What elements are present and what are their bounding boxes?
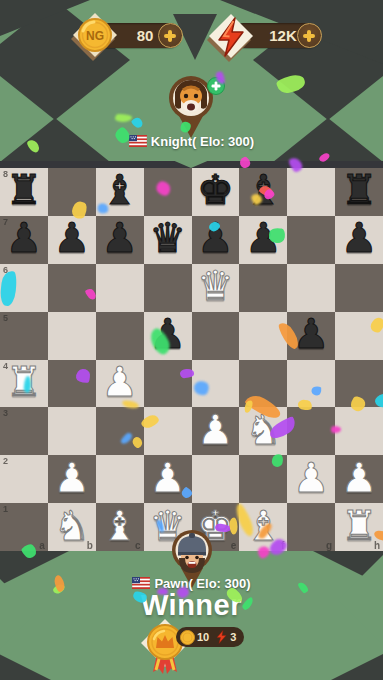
square-g3[interactable] — [287, 407, 335, 455]
white-pawn-e3: ♟ — [197, 410, 234, 451]
square-f4[interactable] — [239, 360, 287, 408]
square-c7[interactable]: ♟ — [96, 216, 144, 264]
square-d5[interactable]: ♟ — [144, 312, 192, 360]
black-pawn-c7: ♟ — [101, 218, 138, 259]
square-e5[interactable] — [192, 312, 240, 360]
white-pawn-d2: ♟ — [149, 458, 186, 499]
black-pawn-g5: ♟ — [293, 314, 330, 355]
square-g7[interactable] — [287, 216, 335, 264]
black-queen-d7: ♛ — [149, 218, 186, 259]
black-king-e8: ♚ — [197, 170, 234, 211]
black-pawn-f7: ♟ — [245, 218, 282, 259]
square-d8[interactable] — [144, 168, 192, 216]
square-a2[interactable]: 2 — [0, 455, 48, 503]
square-c5[interactable] — [96, 312, 144, 360]
black-pawn-e7: ♟ — [197, 218, 234, 259]
black-pawn-a7: ♟ — [6, 218, 43, 259]
square-h5[interactable] — [335, 312, 383, 360]
opponent-add-friend-icon[interactable] — [207, 77, 225, 95]
square-h1[interactable]: h♜ — [335, 503, 383, 551]
square-d4[interactable] — [144, 360, 192, 408]
white-bishop-c1: ♝ — [101, 506, 138, 547]
rewards: 10 3 — [0, 614, 383, 674]
square-d6[interactable] — [144, 264, 192, 312]
square-b6[interactable] — [48, 264, 96, 312]
square-e6[interactable]: ♛ — [192, 264, 240, 312]
square-a1[interactable]: 1a — [0, 503, 48, 551]
energy-counter: 12K — [205, 12, 323, 60]
square-g1[interactable]: g — [287, 503, 335, 551]
white-pawn-c4: ♟ — [101, 362, 138, 403]
white-knight-b1: ♞ — [53, 506, 90, 547]
white-pawn-g2: ♟ — [293, 458, 330, 499]
black-pawn-d5: ♟ — [149, 314, 186, 355]
reward-pill: 10 3 — [176, 627, 244, 647]
square-b3[interactable] — [48, 407, 96, 455]
square-e3[interactable]: ♟ — [192, 407, 240, 455]
square-f8[interactable]: ♝ — [239, 168, 287, 216]
square-c2[interactable] — [96, 455, 144, 503]
game-screen: 80 NG 12K — [0, 0, 383, 680]
square-g5[interactable]: ♟ — [287, 312, 335, 360]
coins-value: 80 — [123, 27, 154, 44]
black-pawn-b7: ♟ — [53, 218, 90, 259]
square-h4[interactable] — [335, 360, 383, 408]
black-bishop-c8: ♝ — [101, 170, 138, 211]
ng-coin-text: NG — [86, 29, 104, 43]
square-c8[interactable]: ♝ — [96, 168, 144, 216]
white-rook-h1: ♜ — [341, 506, 378, 547]
confetti-piece — [275, 73, 306, 95]
square-b2[interactable]: ♟ — [48, 455, 96, 503]
square-a8[interactable]: 8♜ — [0, 168, 48, 216]
black-pawn-h7: ♟ — [341, 218, 378, 259]
square-a4[interactable]: 4♜ — [0, 360, 48, 408]
white-pawn-h2: ♟ — [341, 458, 378, 499]
coin-icon — [180, 630, 195, 645]
square-a6[interactable]: 6 — [0, 264, 48, 312]
square-f2[interactable] — [239, 455, 287, 503]
square-g6[interactable] — [287, 264, 335, 312]
add-energy-button[interactable] — [297, 23, 322, 48]
opponent-name: Knight — [151, 134, 192, 149]
energy-value: 12K — [255, 27, 297, 44]
chess-board: 8♜♝♚♝♜7♟♟♟♛♟♟♟6♛5♟♟4♜♟3♟♞2♟♟♟♟1ab♞c♝d♛e♚… — [0, 168, 383, 551]
square-b8[interactable] — [48, 168, 96, 216]
rank-label: 2 — [3, 456, 8, 466]
rank-label: 5 — [3, 313, 8, 323]
rank-label: 3 — [3, 408, 8, 418]
square-c6[interactable] — [96, 264, 144, 312]
square-a5[interactable]: 5 — [0, 312, 48, 360]
white-pawn-b2: ♟ — [53, 458, 90, 499]
square-a7[interactable]: 7♟ — [0, 216, 48, 264]
square-g2[interactable]: ♟ — [287, 455, 335, 503]
square-h7[interactable]: ♟ — [335, 216, 383, 264]
confetti-piece — [130, 116, 144, 130]
square-f5[interactable] — [239, 312, 287, 360]
square-g8[interactable] — [287, 168, 335, 216]
opponent-label: Knight( Elo: 300) — [0, 134, 383, 149]
square-e4[interactable] — [192, 360, 240, 408]
square-b5[interactable] — [48, 312, 96, 360]
square-h8[interactable]: ♜ — [335, 168, 383, 216]
square-b7[interactable]: ♟ — [48, 216, 96, 264]
square-g4[interactable] — [287, 360, 335, 408]
square-f1[interactable]: f♝ — [239, 503, 287, 551]
white-bishop-f1: ♝ — [245, 506, 282, 547]
square-f7[interactable]: ♟ — [239, 216, 287, 264]
us-flag-icon — [129, 135, 147, 147]
square-d3[interactable] — [144, 407, 192, 455]
square-f3[interactable]: ♞ — [239, 407, 287, 455]
white-rook-a4: ♜ — [6, 362, 43, 403]
square-b4[interactable] — [48, 360, 96, 408]
coins-counter: 80 NG — [70, 12, 186, 60]
square-d7[interactable]: ♛ — [144, 216, 192, 264]
lightning-icon — [205, 12, 257, 64]
square-a3[interactable]: 3 — [0, 407, 48, 455]
square-c1[interactable]: c♝ — [96, 503, 144, 551]
square-d2[interactable]: ♟ — [144, 455, 192, 503]
square-b1[interactable]: b♞ — [48, 503, 96, 551]
confetti-piece — [115, 114, 132, 122]
rank-label: 6 — [3, 265, 8, 275]
reward-energy-value: 3 — [230, 631, 236, 643]
square-c3[interactable] — [96, 407, 144, 455]
square-h6[interactable] — [335, 264, 383, 312]
square-e7[interactable]: ♟ — [192, 216, 240, 264]
white-queen-e6: ♛ — [197, 266, 234, 307]
opponent-elo: ( Elo: 300) — [192, 134, 254, 149]
lightning-icon — [215, 630, 228, 644]
black-rook-h8: ♜ — [341, 170, 378, 211]
square-h3[interactable] — [335, 407, 383, 455]
file-label: a — [39, 540, 45, 551]
square-f6[interactable] — [239, 264, 287, 312]
square-h2[interactable]: ♟ — [335, 455, 383, 503]
square-c4[interactable]: ♟ — [96, 360, 144, 408]
square-e8[interactable]: ♚ — [192, 168, 240, 216]
add-coins-button[interactable] — [158, 23, 183, 48]
square-e2[interactable] — [192, 455, 240, 503]
reward-coins-value: 10 — [197, 631, 209, 643]
black-rook-a8: ♜ — [6, 170, 43, 211]
ng-coin-icon: NG — [70, 12, 120, 62]
us-flag-icon — [132, 577, 150, 589]
white-knight-f3: ♞ — [245, 410, 282, 451]
black-bishop-f8: ♝ — [245, 170, 282, 211]
rank-label: 1 — [3, 504, 8, 514]
file-label: g — [326, 540, 332, 551]
